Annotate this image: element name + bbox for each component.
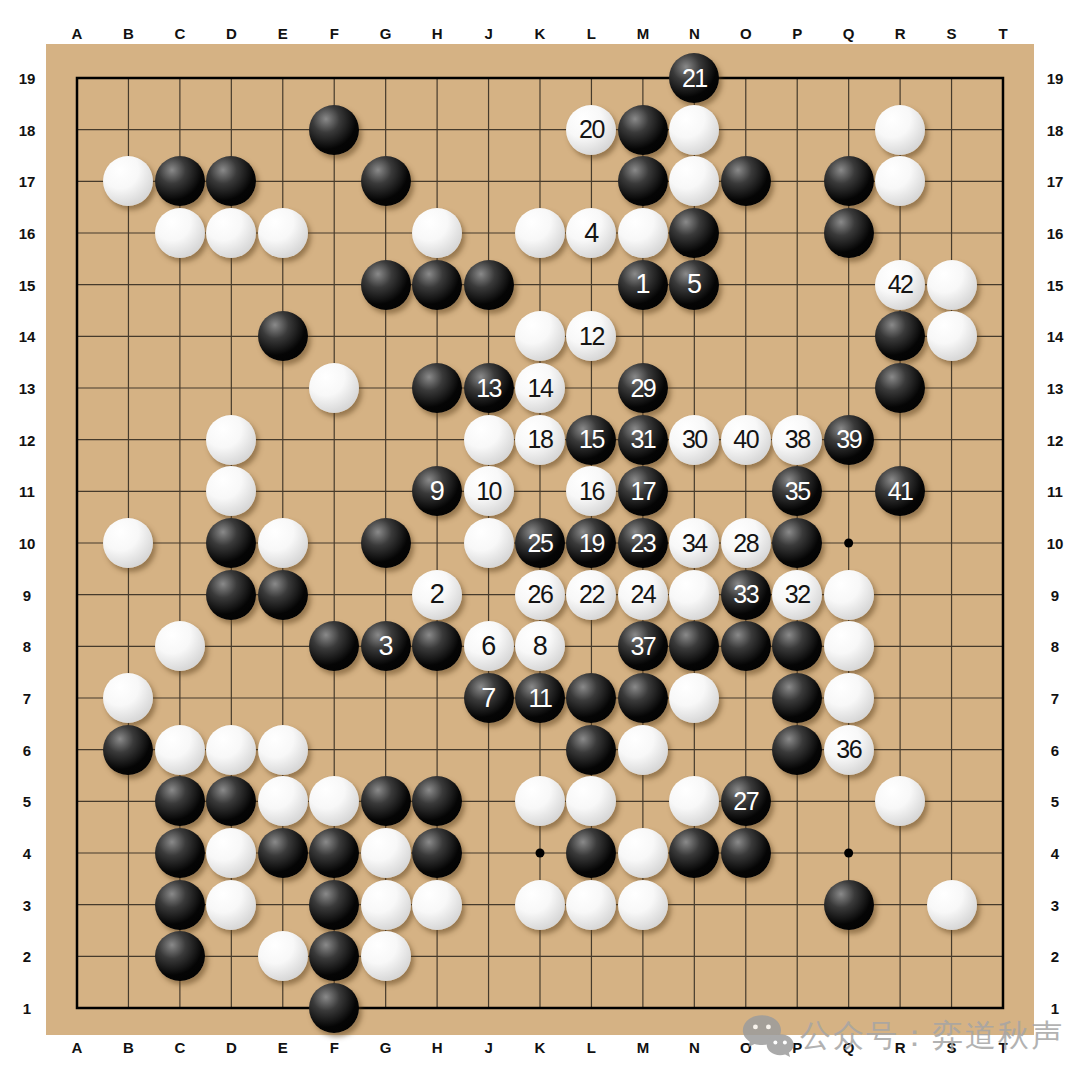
- stone-J7-move-7[interactable]: 7: [464, 673, 514, 723]
- move-number-label: 20: [579, 117, 604, 142]
- coord-label-right-6: 6: [1051, 742, 1059, 757]
- stone-G3[interactable]: [361, 880, 411, 930]
- stone-M11-move-17[interactable]: 17: [618, 466, 668, 516]
- coord-label-top-F: F: [330, 26, 339, 41]
- coord-label-right-15: 15: [1047, 277, 1064, 292]
- stone-Q12-move-39[interactable]: 39: [824, 415, 874, 465]
- coord-label-bottom-D: D: [226, 1040, 237, 1055]
- coord-label-top-E: E: [278, 26, 288, 41]
- watermark-text: 公众号：弈道秋声: [800, 1015, 1064, 1057]
- stone-N18[interactable]: [669, 105, 719, 155]
- coord-label-bottom-H: H: [432, 1040, 443, 1055]
- move-number-label: 7: [481, 685, 496, 712]
- coord-label-right-4: 4: [1051, 846, 1059, 861]
- coord-label-right-7: 7: [1051, 691, 1059, 706]
- stone-M4[interactable]: [618, 828, 668, 878]
- stone-P7[interactable]: [772, 673, 822, 723]
- stone-F4[interactable]: [309, 828, 359, 878]
- coord-label-left-19: 19: [19, 71, 36, 86]
- coord-label-bottom-C: C: [174, 1040, 185, 1055]
- move-number-label: 36: [836, 737, 861, 762]
- stone-J8-move-6[interactable]: 6: [464, 621, 514, 671]
- stone-M13-move-29[interactable]: 29: [618, 363, 668, 413]
- move-number-label: 16: [579, 479, 604, 504]
- move-number-label: 12: [579, 324, 604, 349]
- stone-R18[interactable]: [875, 105, 925, 155]
- coord-label-right-11: 11: [1047, 484, 1063, 499]
- stone-N12-move-30[interactable]: 30: [669, 415, 719, 465]
- stone-M10-move-23[interactable]: 23: [618, 518, 668, 568]
- stone-N7[interactable]: [669, 673, 719, 723]
- coord-label-top-M: M: [637, 26, 650, 41]
- stone-N9[interactable]: [669, 570, 719, 620]
- coord-label-left-8: 8: [23, 639, 31, 654]
- coord-label-top-C: C: [174, 26, 185, 41]
- coord-label-bottom-B: B: [123, 1040, 134, 1055]
- stone-J15[interactable]: [464, 260, 514, 310]
- move-number-label: 24: [630, 582, 655, 607]
- coord-label-right-8: 8: [1051, 639, 1059, 654]
- stone-J12[interactable]: [464, 415, 514, 465]
- stone-G2[interactable]: [361, 931, 411, 981]
- coord-label-right-3: 3: [1051, 897, 1059, 912]
- stone-S3[interactable]: [927, 880, 977, 930]
- move-number-label: 19: [579, 531, 604, 556]
- stone-G4[interactable]: [361, 828, 411, 878]
- stone-F3[interactable]: [309, 880, 359, 930]
- stone-M15-move-1[interactable]: 1: [618, 260, 668, 310]
- stone-D12[interactable]: [206, 415, 256, 465]
- stone-C8[interactable]: [155, 621, 205, 671]
- move-number-label: 10: [476, 479, 501, 504]
- coord-label-top-G: G: [380, 26, 392, 41]
- go-diagram-page: ABCDEFGHJKLMNOPQRST ABCDEFGHJKLMNOPQRST …: [0, 0, 1080, 1080]
- stone-Q16[interactable]: [824, 208, 874, 258]
- coord-label-top-O: O: [740, 26, 752, 41]
- coord-label-left-9: 9: [23, 587, 31, 602]
- stone-C4[interactable]: [155, 828, 205, 878]
- move-number-label: 2: [430, 581, 445, 608]
- stone-L3[interactable]: [566, 880, 616, 930]
- stone-F13[interactable]: [309, 363, 359, 413]
- coord-label-top-J: J: [484, 26, 492, 41]
- move-number-label: 6: [481, 633, 496, 660]
- stone-K8-move-8[interactable]: 8: [515, 621, 565, 671]
- move-number-label: 21: [682, 66, 707, 91]
- stone-M3[interactable]: [618, 880, 668, 930]
- stone-N19-move-21[interactable]: 21: [669, 53, 719, 103]
- coord-label-top-L: L: [587, 26, 596, 41]
- stone-Q8[interactable]: [824, 621, 874, 671]
- coord-label-left-10: 10: [19, 536, 36, 551]
- stone-K3[interactable]: [515, 880, 565, 930]
- stone-K5[interactable]: [515, 776, 565, 826]
- coord-label-top-A: A: [72, 26, 83, 41]
- move-number-label: 25: [528, 531, 553, 556]
- coord-label-top-T: T: [998, 26, 1007, 41]
- stone-E2[interactable]: [258, 931, 308, 981]
- coord-label-top-B: B: [123, 26, 134, 41]
- move-number-label: 28: [733, 531, 758, 556]
- stone-M7[interactable]: [618, 673, 668, 723]
- move-number-label: 13: [476, 376, 501, 401]
- stone-D9[interactable]: [206, 570, 256, 620]
- stone-L9-move-22[interactable]: 22: [566, 570, 616, 620]
- move-number-label: 39: [836, 427, 861, 452]
- move-number-label: 33: [733, 582, 758, 607]
- stone-L12-move-15[interactable]: 15: [566, 415, 616, 465]
- coord-label-left-6: 6: [23, 742, 31, 757]
- coord-label-left-3: 3: [23, 897, 31, 912]
- stone-M16[interactable]: [618, 208, 668, 258]
- coord-label-right-18: 18: [1047, 122, 1064, 137]
- stone-L6[interactable]: [566, 725, 616, 775]
- coord-label-top-K: K: [535, 26, 546, 41]
- stone-O9-move-33[interactable]: 33: [721, 570, 771, 620]
- move-number-label: 31: [630, 427, 655, 452]
- stone-M12-move-31[interactable]: 31: [618, 415, 668, 465]
- move-number-label: 29: [630, 376, 655, 401]
- stone-G5[interactable]: [361, 776, 411, 826]
- stone-N16[interactable]: [669, 208, 719, 258]
- coord-label-top-H: H: [432, 26, 443, 41]
- stone-H4[interactable]: [412, 828, 462, 878]
- stone-J11-move-10[interactable]: 10: [464, 466, 514, 516]
- stone-L18-move-20[interactable]: 20: [566, 105, 616, 155]
- stone-E6[interactable]: [258, 725, 308, 775]
- stone-E5[interactable]: [258, 776, 308, 826]
- stone-N10-move-34[interactable]: 34: [669, 518, 719, 568]
- coord-label-left-5: 5: [23, 794, 31, 809]
- coord-label-right-2: 2: [1051, 949, 1059, 964]
- stone-K9-move-26[interactable]: 26: [515, 570, 565, 620]
- stone-D3[interactable]: [206, 880, 256, 930]
- stone-D16[interactable]: [206, 208, 256, 258]
- stone-Q17[interactable]: [824, 156, 874, 206]
- coord-label-bottom-M: M: [637, 1040, 650, 1055]
- move-number-label: 18: [528, 427, 553, 452]
- stone-Q7[interactable]: [824, 673, 874, 723]
- stone-H16[interactable]: [412, 208, 462, 258]
- stone-H13[interactable]: [412, 363, 462, 413]
- stone-D4[interactable]: [206, 828, 256, 878]
- stone-B6[interactable]: [103, 725, 153, 775]
- stone-C2[interactable]: [155, 931, 205, 981]
- move-number-label: 14: [528, 376, 553, 401]
- coord-label-left-16: 16: [19, 226, 36, 241]
- stone-P9-move-32[interactable]: 32: [772, 570, 822, 620]
- stone-M8-move-37[interactable]: 37: [618, 621, 668, 671]
- coord-label-left-15: 15: [19, 277, 36, 292]
- coord-label-left-12: 12: [19, 432, 36, 447]
- coord-label-right-19: 19: [1047, 71, 1064, 86]
- coord-label-bottom-G: G: [380, 1040, 392, 1055]
- coord-label-top-D: D: [226, 26, 237, 41]
- stone-O8[interactable]: [721, 621, 771, 671]
- stone-F1[interactable]: [309, 983, 359, 1033]
- coord-label-left-4: 4: [23, 846, 31, 861]
- stone-J13-move-13[interactable]: 13: [464, 363, 514, 413]
- stone-N4[interactable]: [669, 828, 719, 878]
- coord-label-right-12: 12: [1047, 432, 1064, 447]
- stone-C3[interactable]: [155, 880, 205, 930]
- move-number-label: 41: [888, 479, 913, 504]
- move-number-label: 4: [584, 220, 599, 247]
- stone-P6[interactable]: [772, 725, 822, 775]
- coord-label-left-13: 13: [19, 381, 36, 396]
- stone-H3[interactable]: [412, 880, 462, 930]
- stone-F18[interactable]: [309, 105, 359, 155]
- coord-label-bottom-K: K: [535, 1040, 546, 1055]
- move-number-label: 9: [430, 478, 445, 505]
- stone-O4[interactable]: [721, 828, 771, 878]
- coord-label-bottom-A: A: [72, 1040, 83, 1055]
- stone-D6[interactable]: [206, 725, 256, 775]
- stone-G10[interactable]: [361, 518, 411, 568]
- stone-Q3[interactable]: [824, 880, 874, 930]
- star-point-K4: [535, 849, 544, 858]
- stone-G15[interactable]: [361, 260, 411, 310]
- stone-H9-move-2[interactable]: 2: [412, 570, 462, 620]
- coord-label-top-S: S: [947, 26, 957, 41]
- wechat-icon: [742, 1013, 794, 1059]
- coord-label-left-2: 2: [23, 949, 31, 964]
- move-number-label: 32: [785, 582, 810, 607]
- move-number-label: 8: [533, 633, 548, 660]
- coord-label-top-P: P: [792, 26, 802, 41]
- stone-K14[interactable]: [515, 311, 565, 361]
- coord-label-left-14: 14: [19, 329, 36, 344]
- stone-K16[interactable]: [515, 208, 565, 258]
- stone-E14[interactable]: [258, 311, 308, 361]
- coord-label-bottom-F: F: [330, 1040, 339, 1055]
- stone-M6[interactable]: [618, 725, 668, 775]
- stone-M18[interactable]: [618, 105, 668, 155]
- move-number-label: 27: [733, 789, 758, 814]
- stone-C5[interactable]: [155, 776, 205, 826]
- move-number-label: 3: [378, 633, 393, 660]
- stone-N15-move-5[interactable]: 5: [669, 260, 719, 310]
- move-number-label: 1: [636, 271, 651, 298]
- stone-K10-move-25[interactable]: 25: [515, 518, 565, 568]
- stone-P12-move-38[interactable]: 38: [772, 415, 822, 465]
- coord-label-right-13: 13: [1047, 381, 1064, 396]
- coord-label-left-1: 1: [23, 1001, 31, 1016]
- coord-label-top-N: N: [689, 26, 700, 41]
- stone-S14[interactable]: [927, 311, 977, 361]
- stone-O17[interactable]: [721, 156, 771, 206]
- stone-Q6-move-36[interactable]: 36: [824, 725, 874, 775]
- move-number-label: 5: [687, 271, 702, 298]
- coord-label-right-16: 16: [1047, 226, 1064, 241]
- move-number-label: 35: [785, 479, 810, 504]
- stone-K7-move-11[interactable]: 11: [515, 673, 565, 723]
- move-number-label: 23: [630, 531, 655, 556]
- stone-E10[interactable]: [258, 518, 308, 568]
- coord-label-bottom-N: N: [689, 1040, 700, 1055]
- coord-label-bottom-L: L: [587, 1040, 596, 1055]
- stone-M9-move-24[interactable]: 24: [618, 570, 668, 620]
- stone-O12-move-40[interactable]: 40: [721, 415, 771, 465]
- stone-G17[interactable]: [361, 156, 411, 206]
- stone-G8-move-3[interactable]: 3: [361, 621, 411, 671]
- move-number-label: 40: [733, 427, 758, 452]
- move-number-label: 34: [682, 531, 707, 556]
- coord-label-left-11: 11: [19, 484, 35, 499]
- stone-J10[interactable]: [464, 518, 514, 568]
- stone-K12-move-18[interactable]: 18: [515, 415, 565, 465]
- move-number-label: 11: [529, 686, 552, 711]
- move-number-label: 22: [579, 582, 604, 607]
- coord-label-left-7: 7: [23, 691, 31, 706]
- coord-label-top-R: R: [895, 26, 906, 41]
- coord-label-right-14: 14: [1047, 329, 1064, 344]
- star-point-Q4: [844, 849, 853, 858]
- stone-P10[interactable]: [772, 518, 822, 568]
- stone-Q9[interactable]: [824, 570, 874, 620]
- coord-label-bottom-E: E: [278, 1040, 288, 1055]
- coord-label-right-9: 9: [1051, 587, 1059, 602]
- move-number-label: 17: [630, 479, 655, 504]
- stone-E4[interactable]: [258, 828, 308, 878]
- coord-label-left-18: 18: [19, 122, 36, 137]
- stone-C17[interactable]: [155, 156, 205, 206]
- star-point-Q10: [844, 539, 853, 548]
- coord-label-top-Q: Q: [843, 26, 855, 41]
- move-number-label: 26: [528, 582, 553, 607]
- coord-label-bottom-J: J: [484, 1040, 492, 1055]
- stone-C16[interactable]: [155, 208, 205, 258]
- stone-D10[interactable]: [206, 518, 256, 568]
- stone-R15-move-42[interactable]: 42: [875, 260, 925, 310]
- stone-O10-move-28[interactable]: 28: [721, 518, 771, 568]
- move-number-label: 42: [888, 272, 913, 297]
- stone-K13-move-14[interactable]: 14: [515, 363, 565, 413]
- stone-C6[interactable]: [155, 725, 205, 775]
- stone-H15[interactable]: [412, 260, 462, 310]
- move-number-label: 37: [630, 634, 655, 659]
- stone-R13[interactable]: [875, 363, 925, 413]
- stone-E9[interactable]: [258, 570, 308, 620]
- coord-label-left-17: 17: [19, 174, 36, 189]
- stone-O5-move-27[interactable]: 27: [721, 776, 771, 826]
- coord-label-right-10: 10: [1047, 536, 1064, 551]
- watermark: 公众号：弈道秋声: [742, 1013, 1064, 1059]
- stone-E16[interactable]: [258, 208, 308, 258]
- move-number-label: 38: [785, 427, 810, 452]
- move-number-label: 30: [682, 427, 707, 452]
- coord-label-right-5: 5: [1051, 794, 1059, 809]
- move-number-label: 15: [579, 427, 604, 452]
- stone-M17[interactable]: [618, 156, 668, 206]
- stone-S15[interactable]: [927, 260, 977, 310]
- coord-label-right-17: 17: [1047, 174, 1064, 189]
